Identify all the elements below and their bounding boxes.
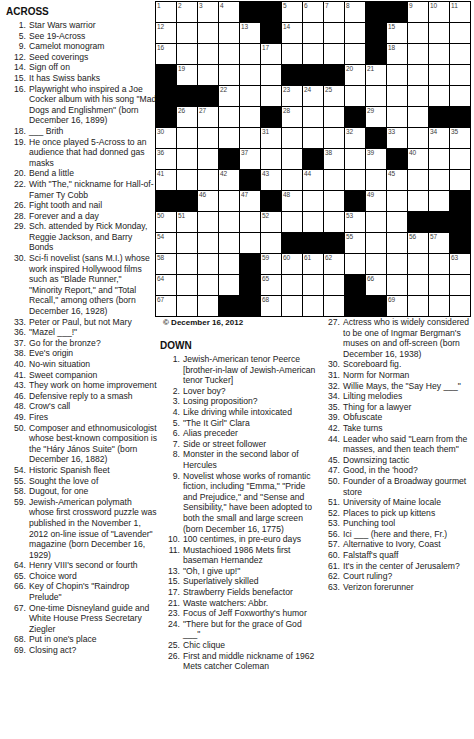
white-cell[interactable]: 65 — [261, 275, 281, 295]
clue-number: 62. — [320, 571, 343, 582]
across-clue: 28. Forever and a day — [6, 211, 157, 222]
white-cell[interactable] — [450, 275, 470, 295]
white-cell[interactable]: 15 — [387, 23, 407, 43]
black-cell — [303, 65, 323, 85]
clue-number: 27. — [320, 317, 343, 359]
white-cell[interactable] — [450, 23, 470, 43]
white-cell[interactable] — [303, 128, 323, 148]
white-cell[interactable] — [345, 170, 365, 190]
white-cell[interactable]: 33 — [387, 128, 407, 148]
white-cell[interactable]: 47 — [240, 191, 260, 211]
clue-text: Seed coverings — [29, 52, 157, 63]
white-cell[interactable]: 54 — [156, 233, 176, 253]
white-cell[interactable]: 35 — [450, 128, 470, 148]
clue-number: 33. — [6, 317, 29, 328]
black-cell — [282, 65, 302, 85]
white-cell[interactable]: 11 — [450, 2, 470, 22]
white-cell[interactable]: 59 — [261, 254, 281, 274]
cell-number: 40 — [409, 149, 416, 157]
white-cell[interactable] — [345, 44, 365, 64]
black-cell — [219, 149, 239, 169]
white-cell[interactable] — [366, 86, 386, 106]
cell-number: 45 — [388, 170, 395, 178]
white-cell[interactable]: 4 — [219, 2, 239, 22]
white-cell[interactable] — [282, 128, 302, 148]
white-cell[interactable]: 69 — [387, 296, 407, 316]
down-clue: 5. "The It Girl" Clara — [160, 418, 318, 429]
white-cell[interactable]: 45 — [387, 170, 407, 190]
white-cell[interactable] — [324, 44, 344, 64]
white-cell[interactable] — [261, 65, 281, 85]
white-cell[interactable] — [282, 275, 302, 295]
white-cell[interactable] — [177, 44, 197, 64]
clue-text: Bend a little — [29, 168, 157, 179]
white-cell[interactable] — [198, 254, 218, 274]
clue-number: 29. — [6, 221, 29, 253]
white-cell[interactable] — [303, 191, 323, 211]
white-cell[interactable] — [366, 212, 386, 232]
black-cell — [429, 212, 449, 232]
clue-text: They work on home improvement — [29, 380, 157, 391]
clue-number: 37. — [6, 338, 29, 349]
white-cell[interactable] — [177, 170, 197, 190]
white-cell[interactable]: 5 — [282, 2, 302, 22]
white-cell[interactable]: 6 — [303, 2, 323, 22]
clue-number: 47. — [320, 465, 343, 476]
cell-number: 58 — [157, 254, 164, 262]
white-cell[interactable] — [408, 191, 428, 211]
cell-number: 12 — [157, 23, 164, 31]
clue-text: Side or street follower — [183, 439, 318, 450]
white-cell[interactable]: 14 — [282, 23, 302, 43]
black-cell — [261, 191, 281, 211]
white-cell[interactable] — [219, 44, 239, 64]
white-cell[interactable]: 49 — [366, 191, 386, 211]
cell-number: 24 — [304, 86, 311, 94]
white-cell[interactable] — [429, 191, 449, 211]
white-cell[interactable] — [282, 296, 302, 316]
white-cell[interactable] — [408, 296, 428, 316]
white-cell[interactable] — [429, 275, 449, 295]
white-cell[interactable] — [219, 65, 239, 85]
white-cell[interactable] — [198, 170, 218, 190]
clue-number: 54. — [6, 465, 29, 476]
white-cell[interactable] — [198, 44, 218, 64]
white-cell[interactable]: 41 — [156, 170, 176, 190]
white-cell[interactable] — [450, 44, 470, 64]
clue-number: 5. — [160, 418, 183, 429]
down-clue: 44. Leader who said "Learn from the mass… — [320, 434, 473, 455]
white-cell[interactable] — [366, 254, 386, 274]
black-cell — [345, 275, 365, 295]
cell-number: 7 — [325, 2, 329, 10]
white-cell[interactable] — [303, 44, 323, 64]
down-clue-list-2: 27. Actress who is widely considered to … — [320, 317, 473, 592]
cell-number: 47 — [241, 191, 248, 199]
white-cell[interactable]: 60 — [282, 254, 302, 274]
cell-number: 2 — [178, 2, 182, 10]
down-clue: 1. Jewish-American tenor Peerce [brother… — [160, 354, 318, 386]
white-cell[interactable] — [303, 275, 323, 295]
white-cell[interactable] — [198, 233, 218, 253]
white-cell[interactable]: 13 — [240, 23, 260, 43]
white-cell[interactable]: 52 — [261, 212, 281, 232]
white-cell[interactable]: 1 — [156, 2, 176, 22]
white-cell[interactable]: 21 — [366, 65, 386, 85]
white-cell[interactable]: 40 — [408, 149, 428, 169]
white-cell[interactable] — [429, 65, 449, 85]
white-cell[interactable]: 19 — [177, 65, 197, 85]
clue-text: Losing proposition? — [183, 396, 318, 407]
white-cell[interactable] — [303, 23, 323, 43]
down-clue: 57. Alternative to Ivory, Coast — [320, 539, 473, 550]
crossword-grid: 1234567891011121314151617181920212223242… — [155, 1, 471, 317]
white-cell[interactable]: 44 — [303, 170, 323, 190]
clue-number: 21. — [160, 598, 183, 609]
white-cell[interactable] — [261, 86, 281, 106]
white-cell[interactable]: 66 — [366, 275, 386, 295]
white-cell[interactable]: 2 — [177, 2, 197, 22]
white-cell[interactable] — [240, 65, 260, 85]
white-cell[interactable]: 62 — [324, 254, 344, 274]
white-cell[interactable] — [387, 107, 407, 127]
black-cell — [219, 296, 239, 316]
clue-number: 52. — [320, 508, 343, 519]
white-cell[interactable] — [198, 23, 218, 43]
clue-number: 9. — [6, 41, 29, 52]
clue-number: 28. — [6, 211, 29, 222]
clue-number: 67. — [6, 603, 29, 635]
clue-number: 56. — [320, 529, 343, 540]
white-cell[interactable] — [198, 296, 218, 316]
white-cell[interactable]: 32 — [345, 128, 365, 148]
down-clue: 24. "There but for the grace of God ___" — [160, 619, 318, 640]
cell-number: 65 — [262, 275, 269, 283]
white-cell[interactable]: 3 — [198, 2, 218, 22]
white-cell[interactable] — [261, 233, 281, 253]
white-cell[interactable] — [198, 149, 218, 169]
white-cell[interactable] — [429, 254, 449, 274]
white-cell[interactable] — [240, 107, 260, 127]
across-clue: 33. Peter or Paul, but not Mary — [6, 317, 157, 328]
white-cell[interactable]: 34 — [429, 128, 449, 148]
black-cell — [177, 191, 197, 211]
clue-text: Camelot monogram — [29, 41, 157, 52]
across-clue: 14. Sign off on — [6, 62, 157, 73]
cell-number: 60 — [283, 254, 290, 262]
clue-text: Lilting melodies — [343, 391, 473, 402]
clue-text: Focus of Jeff Foxworthy's humor — [183, 608, 318, 619]
white-cell[interactable] — [408, 275, 428, 295]
across-clue: 38. Eve's origin — [6, 348, 157, 359]
white-cell[interactable] — [219, 23, 239, 43]
down-clue: 34. Lilting melodies — [320, 391, 473, 402]
white-cell[interactable] — [219, 254, 239, 274]
white-cell[interactable]: 58 — [156, 254, 176, 274]
black-cell — [198, 86, 218, 106]
white-cell[interactable] — [240, 44, 260, 64]
white-cell[interactable]: 26 — [177, 107, 197, 127]
clue-text: He once played 5-Across to an audience t… — [29, 137, 157, 169]
white-cell[interactable] — [387, 212, 407, 232]
white-cell[interactable]: 64 — [156, 275, 176, 295]
down-clue: 60. Falstaff's quaff — [320, 550, 473, 561]
white-cell[interactable] — [219, 107, 239, 127]
cell-number: 16 — [157, 44, 164, 52]
white-cell[interactable]: 67 — [156, 296, 176, 316]
clue-text: Sci-fi novelist (sans M.I.) whose work i… — [29, 253, 157, 317]
clue-text: Fires — [29, 412, 157, 423]
clue-text: Closing act? — [29, 645, 157, 656]
clue-number: 5. — [6, 31, 29, 42]
black-cell — [324, 65, 344, 85]
white-cell[interactable] — [177, 23, 197, 43]
across-clue: 20. Bend a little — [6, 168, 157, 179]
white-cell[interactable]: 18 — [387, 44, 407, 64]
white-cell[interactable] — [324, 107, 344, 127]
cell-number: 25 — [325, 86, 332, 94]
white-cell[interactable] — [240, 212, 260, 232]
clue-number: 45. — [320, 455, 343, 466]
white-cell[interactable] — [198, 65, 218, 85]
down-clue: 45. Downsizing tactic — [320, 455, 473, 466]
white-cell[interactable] — [345, 86, 365, 106]
white-cell[interactable] — [261, 149, 281, 169]
white-cell[interactable] — [177, 296, 197, 316]
white-cell[interactable] — [198, 275, 218, 295]
down-clue: 9. Novelist whose works of romantic fict… — [160, 471, 318, 535]
white-cell[interactable] — [324, 212, 344, 232]
black-cell — [366, 128, 386, 148]
white-cell[interactable] — [408, 254, 428, 274]
white-cell[interactable] — [450, 149, 470, 169]
clue-text: Alternative to Ivory, Coast — [343, 539, 473, 550]
white-cell[interactable]: 29 — [366, 107, 386, 127]
white-cell[interactable] — [429, 149, 449, 169]
black-cell — [450, 233, 470, 253]
cell-number: 43 — [262, 170, 269, 178]
white-cell[interactable] — [408, 44, 428, 64]
white-cell[interactable]: 42 — [219, 170, 239, 190]
white-cell[interactable] — [219, 128, 239, 148]
clue-number: 16. — [6, 84, 29, 126]
white-cell[interactable] — [345, 149, 365, 169]
white-cell[interactable] — [429, 170, 449, 190]
cell-number: 30 — [157, 128, 164, 136]
clue-text: Leader who said "Learn from the masses, … — [343, 434, 473, 455]
white-cell[interactable] — [324, 275, 344, 295]
white-cell[interactable] — [366, 233, 386, 253]
white-cell[interactable]: 28 — [282, 107, 302, 127]
white-cell[interactable] — [324, 23, 344, 43]
white-cell[interactable] — [282, 212, 302, 232]
white-cell[interactable] — [450, 86, 470, 106]
white-cell[interactable]: 53 — [345, 212, 365, 232]
white-cell[interactable]: 17 — [261, 44, 281, 64]
white-cell[interactable] — [387, 191, 407, 211]
white-cell[interactable]: 27 — [198, 107, 218, 127]
white-cell[interactable] — [408, 65, 428, 85]
white-cell[interactable]: 30 — [156, 128, 176, 148]
white-cell[interactable] — [366, 170, 386, 190]
clue-text: It has Swiss banks — [29, 73, 157, 84]
white-cell[interactable] — [345, 23, 365, 43]
white-cell[interactable] — [177, 275, 197, 295]
across-clue: 30. Sci-fi novelist (sans M.I.) whose wo… — [6, 253, 157, 317]
white-cell[interactable]: 9 — [408, 2, 428, 22]
white-cell[interactable]: 48 — [282, 191, 302, 211]
cell-number: 66 — [367, 275, 374, 283]
white-cell[interactable] — [429, 296, 449, 316]
white-cell[interactable] — [303, 107, 323, 127]
down-clue: 50. Founder of a Broadway gourmet store — [320, 476, 473, 497]
white-cell[interactable]: 25 — [324, 86, 344, 106]
white-cell[interactable]: 23 — [282, 86, 302, 106]
clue-number: 63. — [320, 582, 343, 593]
clue-text: Verizon forerunner — [343, 582, 473, 593]
white-cell[interactable]: 46 — [198, 191, 218, 211]
clue-text: Mustachioed 1986 Mets first baseman Hern… — [183, 545, 318, 566]
cell-number: 54 — [157, 233, 164, 241]
white-cell[interactable]: 31 — [261, 128, 281, 148]
clue-number: 13. — [160, 566, 183, 577]
white-cell[interactable]: 7 — [324, 2, 344, 22]
white-cell[interactable] — [429, 23, 449, 43]
white-cell[interactable]: 61 — [303, 254, 323, 274]
clue-number: 49. — [6, 412, 29, 423]
white-cell[interactable]: 38 — [324, 149, 344, 169]
white-cell[interactable] — [198, 128, 218, 148]
white-cell[interactable] — [408, 23, 428, 43]
white-cell[interactable]: 37 — [240, 149, 260, 169]
clue-number: 35. — [320, 402, 343, 413]
white-cell[interactable]: 63 — [450, 254, 470, 274]
clue-text: See 19-Across — [29, 31, 157, 42]
clue-text: Superlatively skilled — [183, 576, 318, 587]
white-cell[interactable] — [177, 254, 197, 274]
across-clue: 22. With "The," nickname for Hall-of-Fam… — [6, 179, 157, 200]
white-cell[interactable] — [282, 44, 302, 64]
white-cell[interactable]: 10 — [429, 2, 449, 22]
white-cell[interactable] — [240, 233, 260, 253]
white-cell[interactable] — [219, 233, 239, 253]
clue-number: 53. — [320, 518, 343, 529]
white-cell[interactable]: 22 — [219, 86, 239, 106]
white-cell[interactable] — [177, 233, 197, 253]
clue-number: 50. — [320, 476, 343, 497]
white-cell[interactable] — [324, 296, 344, 316]
clue-number: 38. — [6, 348, 29, 359]
white-cell[interactable] — [408, 86, 428, 106]
white-cell[interactable] — [408, 170, 428, 190]
white-cell[interactable]: 12 — [156, 23, 176, 43]
white-cell[interactable] — [219, 275, 239, 295]
white-cell[interactable] — [303, 212, 323, 232]
white-cell[interactable] — [240, 128, 260, 148]
down-clue: 4. Like driving while intoxicated — [160, 407, 318, 418]
white-cell[interactable] — [387, 254, 407, 274]
white-cell[interactable]: 43 — [261, 170, 281, 190]
across-clue: 1. Star Wars warrior — [6, 20, 157, 31]
white-cell[interactable] — [387, 65, 407, 85]
white-cell[interactable]: 24 — [303, 86, 323, 106]
white-cell[interactable] — [324, 170, 344, 190]
across-clue: 59. Jewish-American polymath whose first… — [6, 497, 157, 561]
cell-number: 31 — [262, 128, 269, 136]
black-cell — [345, 296, 365, 316]
white-cell[interactable] — [219, 212, 239, 232]
white-cell[interactable]: 55 — [345, 233, 365, 253]
down-clue: 8. Monster in the second labor of Hercul… — [160, 449, 318, 470]
white-cell[interactable]: 36 — [156, 149, 176, 169]
white-cell[interactable] — [324, 191, 344, 211]
white-cell[interactable] — [408, 107, 428, 127]
white-cell[interactable] — [282, 149, 302, 169]
cell-number: 38 — [325, 149, 332, 157]
across-header: ACROSS — [6, 6, 157, 17]
white-cell[interactable]: 56 — [408, 233, 428, 253]
clue-text: Crow's call — [29, 401, 157, 412]
white-cell[interactable]: 68 — [261, 296, 281, 316]
white-cell[interactable]: 20 — [345, 65, 365, 85]
white-cell[interactable] — [324, 128, 344, 148]
black-cell — [261, 23, 281, 43]
down-clue: 2. Lover boy? — [160, 386, 318, 397]
cell-number: 42 — [220, 170, 227, 178]
white-cell[interactable] — [219, 191, 239, 211]
white-cell[interactable] — [387, 233, 407, 253]
across-clue-column: ACROSS 1. Star Wars warrior 5. See 19-Ac… — [6, 6, 157, 656]
across-clue: 46. Defensive reply to a smash — [6, 391, 157, 402]
clue-number: 18. — [6, 126, 29, 137]
clue-text: Lover boy? — [183, 386, 318, 397]
white-cell[interactable] — [450, 65, 470, 85]
down-clue: 13. "Oh, I give up!" — [160, 566, 318, 577]
clue-text: Novelist whose works of romantic fiction… — [183, 471, 318, 535]
white-cell[interactable] — [345, 254, 365, 274]
white-cell[interactable]: 8 — [345, 2, 365, 22]
cell-number: 21 — [367, 65, 374, 73]
white-cell[interactable]: 50 — [156, 212, 176, 232]
clue-text: Star Wars warrior — [29, 20, 157, 31]
white-cell[interactable] — [387, 275, 407, 295]
white-cell[interactable] — [387, 86, 407, 106]
cell-number: 4 — [220, 2, 224, 10]
white-cell[interactable] — [408, 128, 428, 148]
black-cell — [366, 2, 386, 22]
white-cell[interactable] — [240, 86, 260, 106]
white-cell[interactable]: 16 — [156, 44, 176, 64]
white-cell[interactable] — [450, 296, 470, 316]
down-clue: 53. Punching tool — [320, 518, 473, 529]
white-cell[interactable] — [303, 296, 323, 316]
white-cell[interactable] — [429, 44, 449, 64]
across-clue: 18. ___ Brith — [6, 126, 157, 137]
white-cell[interactable]: 39 — [366, 149, 386, 169]
white-cell[interactable] — [429, 86, 449, 106]
clue-text: Go for the bronze? — [29, 338, 157, 349]
white-cell[interactable] — [198, 212, 218, 232]
clue-number: 69. — [6, 645, 29, 656]
white-cell[interactable] — [282, 170, 302, 190]
white-cell[interactable] — [177, 149, 197, 169]
white-cell[interactable]: 51 — [177, 212, 197, 232]
clue-number: 4. — [160, 407, 183, 418]
white-cell[interactable] — [177, 128, 197, 148]
across-clue: 19. He once played 5-Across to an audien… — [6, 137, 157, 169]
white-cell[interactable] — [450, 170, 470, 190]
white-cell[interactable]: 57 — [429, 233, 449, 253]
